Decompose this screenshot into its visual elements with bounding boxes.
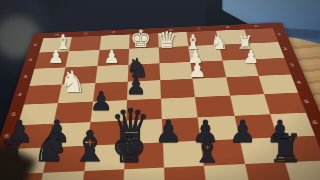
square-h1[interactable] bbox=[39, 37, 72, 53]
rank-label-left-4: 4 bbox=[17, 92, 23, 96]
square-d1[interactable] bbox=[158, 32, 189, 48]
square-f5[interactable] bbox=[90, 100, 127, 122]
file-label-F: F bbox=[112, 31, 115, 34]
square-g1[interactable] bbox=[69, 36, 101, 52]
rank-label-left-6: 6 bbox=[3, 134, 10, 139]
square-g8[interactable] bbox=[37, 171, 83, 180]
square-a8[interactable] bbox=[284, 160, 320, 180]
square-h6[interactable] bbox=[11, 124, 54, 149]
square-g7[interactable] bbox=[44, 145, 87, 172]
rank-label-right-3: 3 bbox=[289, 63, 295, 67]
square-e8[interactable] bbox=[123, 167, 166, 180]
file-label-C: C bbox=[197, 27, 201, 30]
square-h2[interactable] bbox=[35, 51, 70, 68]
square-g5[interactable] bbox=[54, 102, 93, 124]
rank-label-right-2: 2 bbox=[283, 47, 288, 50]
square-c3[interactable] bbox=[191, 60, 226, 78]
square-a7[interactable] bbox=[277, 135, 320, 162]
square-a2[interactable] bbox=[248, 42, 284, 59]
square-f4[interactable] bbox=[92, 81, 127, 101]
square-f8[interactable] bbox=[80, 169, 124, 180]
board-squares[interactable] bbox=[0, 28, 320, 180]
square-h3[interactable] bbox=[29, 67, 65, 86]
square-h4[interactable] bbox=[24, 84, 62, 104]
square-c8[interactable] bbox=[204, 164, 250, 180]
square-e5[interactable] bbox=[126, 99, 162, 121]
file-label-D: D bbox=[169, 29, 173, 32]
rank-label-left-2: 2 bbox=[28, 58, 33, 62]
square-f1[interactable] bbox=[99, 34, 129, 50]
square-f7[interactable] bbox=[84, 144, 125, 171]
rank-label-left-1: 1 bbox=[33, 43, 38, 46]
square-b3[interactable] bbox=[222, 59, 258, 77]
file-label-A: A bbox=[254, 25, 258, 27]
file-label-H: H bbox=[55, 33, 59, 36]
square-a1[interactable] bbox=[244, 28, 278, 43]
rank-label-left-5: 5 bbox=[11, 112, 17, 117]
square-d2[interactable] bbox=[159, 46, 191, 63]
rank-label-right-1: 1 bbox=[277, 33, 282, 36]
rank-label-right-5: 5 bbox=[303, 99, 309, 103]
square-d5[interactable] bbox=[161, 97, 198, 119]
square-d3[interactable] bbox=[159, 62, 192, 80]
square-c5[interactable] bbox=[195, 96, 234, 118]
square-c7[interactable] bbox=[201, 139, 244, 166]
square-g2[interactable] bbox=[66, 50, 99, 67]
square-a6[interactable] bbox=[270, 113, 315, 137]
square-e7[interactable] bbox=[124, 142, 164, 169]
square-d6[interactable] bbox=[162, 118, 201, 142]
square-c2[interactable] bbox=[189, 45, 222, 62]
rank-label-left-3: 3 bbox=[23, 75, 28, 79]
square-f6[interactable] bbox=[87, 121, 126, 146]
square-a4[interactable] bbox=[258, 74, 298, 94]
square-e6[interactable] bbox=[125, 119, 163, 143]
square-f2[interactable] bbox=[97, 49, 129, 66]
square-h5[interactable] bbox=[18, 103, 58, 125]
square-d7[interactable] bbox=[163, 140, 204, 167]
square-e4[interactable] bbox=[127, 80, 161, 100]
file-label-E: E bbox=[141, 30, 144, 33]
square-b1[interactable] bbox=[215, 29, 248, 44]
square-f3[interactable] bbox=[95, 64, 128, 82]
square-g4[interactable] bbox=[58, 83, 95, 103]
square-g6[interactable] bbox=[49, 122, 90, 147]
square-g3[interactable] bbox=[62, 66, 97, 85]
square-e1[interactable] bbox=[129, 33, 159, 49]
square-a5[interactable] bbox=[264, 93, 306, 115]
square-c4[interactable] bbox=[193, 77, 230, 97]
square-c6[interactable] bbox=[198, 116, 239, 140]
square-e2[interactable] bbox=[128, 48, 159, 65]
square-d4[interactable] bbox=[160, 79, 195, 99]
square-d8[interactable] bbox=[164, 166, 208, 180]
webcam-photo: 1122334455667788HGFEDCBA ♜♞♝♛♚♝♟♟♟♟♟♞♟♞♟… bbox=[0, 0, 320, 180]
square-a3[interactable] bbox=[253, 58, 291, 76]
file-label-G: G bbox=[84, 32, 88, 35]
chess-board[interactable]: 1122334455667788HGFEDCBA bbox=[0, 23, 320, 180]
square-e3[interactable] bbox=[128, 63, 161, 81]
file-label-B: B bbox=[226, 26, 230, 29]
square-b2[interactable] bbox=[219, 44, 254, 61]
board-scene: 1122334455667788HGFEDCBA bbox=[0, 0, 320, 180]
rank-label-right-4: 4 bbox=[296, 80, 302, 84]
rank-label-right-6: 6 bbox=[312, 120, 319, 125]
square-b4[interactable] bbox=[226, 76, 264, 96]
square-c1[interactable] bbox=[187, 31, 219, 46]
